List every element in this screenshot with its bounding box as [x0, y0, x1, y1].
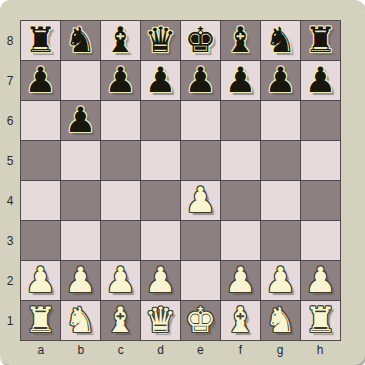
square-c4[interactable]	[101, 181, 140, 220]
piece-white-pawn-c2[interactable]: ♟	[101, 261, 140, 300]
piece-black-knight-g8[interactable]: ♞	[261, 21, 300, 60]
square-g1[interactable]: ♞	[261, 301, 300, 340]
piece-black-pawn-a7[interactable]: ♟	[21, 61, 60, 100]
rank-label-5: 5	[0, 141, 20, 181]
square-f6[interactable]	[221, 101, 260, 140]
file-label-g: g	[260, 341, 300, 361]
square-f1[interactable]: ♝	[221, 301, 260, 340]
chess-board-panel: 87654321 ♜♞♝♛♚♝♞♜♟♟♟♟♟♟♟♟♟♟♟♟♟♟♟♟♜♞♝♛♚♝♞…	[0, 0, 365, 365]
piece-white-knight-g1[interactable]: ♞	[261, 301, 300, 340]
square-a2[interactable]: ♟	[21, 261, 60, 300]
square-c2[interactable]: ♟	[101, 261, 140, 300]
piece-white-knight-b1[interactable]: ♞	[61, 301, 100, 340]
file-label-d: d	[141, 341, 181, 361]
square-h1[interactable]: ♜	[301, 301, 340, 340]
piece-black-bishop-f8[interactable]: ♝	[221, 21, 260, 60]
square-d5[interactable]	[141, 141, 180, 180]
piece-black-pawn-f7[interactable]: ♟	[221, 61, 260, 100]
square-c7[interactable]: ♟	[101, 61, 140, 100]
square-f7[interactable]: ♟	[221, 61, 260, 100]
square-e4[interactable]: ♟	[181, 181, 220, 220]
piece-white-queen-d1[interactable]: ♛	[141, 301, 180, 340]
square-a6[interactable]	[21, 101, 60, 140]
square-e7[interactable]: ♟	[181, 61, 220, 100]
square-b5[interactable]	[61, 141, 100, 180]
square-c1[interactable]: ♝	[101, 301, 140, 340]
piece-white-king-e1[interactable]: ♚	[181, 301, 220, 340]
square-e2[interactable]	[181, 261, 220, 300]
square-d6[interactable]	[141, 101, 180, 140]
rank-labels: 87654321	[0, 21, 20, 341]
rank-label-6: 6	[0, 101, 20, 141]
file-label-c: c	[101, 341, 141, 361]
square-c5[interactable]	[101, 141, 140, 180]
square-g7[interactable]: ♟	[261, 61, 300, 100]
square-f3[interactable]	[221, 221, 260, 260]
square-a8[interactable]: ♜	[21, 21, 60, 60]
piece-white-bishop-c1[interactable]: ♝	[101, 301, 140, 340]
square-g5[interactable]	[261, 141, 300, 180]
square-g8[interactable]: ♞	[261, 21, 300, 60]
square-b3[interactable]	[61, 221, 100, 260]
square-c6[interactable]	[101, 101, 140, 140]
rank-label-4: 4	[0, 181, 20, 221]
square-d4[interactable]	[141, 181, 180, 220]
piece-black-pawn-b6[interactable]: ♟	[61, 101, 100, 140]
piece-white-pawn-h2[interactable]: ♟	[301, 261, 340, 300]
square-b4[interactable]	[61, 181, 100, 220]
square-b2[interactable]: ♟	[61, 261, 100, 300]
square-h3[interactable]	[301, 221, 340, 260]
square-a3[interactable]	[21, 221, 60, 260]
square-e8[interactable]: ♚	[181, 21, 220, 60]
square-a7[interactable]: ♟	[21, 61, 60, 100]
file-labels: abcdefgh	[21, 341, 340, 361]
square-d2[interactable]: ♟	[141, 261, 180, 300]
square-b7[interactable]	[61, 61, 100, 100]
square-b6[interactable]: ♟	[61, 101, 100, 140]
square-g3[interactable]	[261, 221, 300, 260]
square-e1[interactable]: ♚	[181, 301, 220, 340]
square-a5[interactable]	[21, 141, 60, 180]
square-h2[interactable]: ♟	[301, 261, 340, 300]
square-g4[interactable]	[261, 181, 300, 220]
square-h4[interactable]	[301, 181, 340, 220]
square-h8[interactable]: ♜	[301, 21, 340, 60]
piece-white-bishop-f1[interactable]: ♝	[221, 301, 260, 340]
piece-black-king-e8[interactable]: ♚	[181, 21, 220, 60]
piece-white-pawn-e4[interactable]: ♟	[181, 181, 220, 220]
square-f2[interactable]: ♟	[221, 261, 260, 300]
square-c8[interactable]: ♝	[101, 21, 140, 60]
square-a4[interactable]	[21, 181, 60, 220]
square-d8[interactable]: ♛	[141, 21, 180, 60]
file-label-e: e	[181, 341, 221, 361]
square-g2[interactable]: ♟	[261, 261, 300, 300]
rank-label-8: 8	[0, 21, 20, 61]
square-e6[interactable]	[181, 101, 220, 140]
square-h7[interactable]: ♟	[301, 61, 340, 100]
square-e5[interactable]	[181, 141, 220, 180]
file-label-f: f	[220, 341, 260, 361]
square-f8[interactable]: ♝	[221, 21, 260, 60]
piece-black-bishop-c8[interactable]: ♝	[101, 21, 140, 60]
file-label-h: h	[300, 341, 340, 361]
piece-black-pawn-h7[interactable]: ♟	[301, 61, 340, 100]
piece-white-pawn-a2[interactable]: ♟	[21, 261, 60, 300]
square-g6[interactable]	[261, 101, 300, 140]
rank-label-3: 3	[0, 221, 20, 261]
piece-black-queen-d8[interactable]: ♛	[141, 21, 180, 60]
piece-white-rook-h1[interactable]: ♜	[301, 301, 340, 340]
piece-black-rook-a8[interactable]: ♜	[21, 21, 60, 60]
square-f5[interactable]	[221, 141, 260, 180]
square-b1[interactable]: ♞	[61, 301, 100, 340]
square-d7[interactable]: ♟	[141, 61, 180, 100]
rank-label-2: 2	[0, 261, 20, 301]
square-b8[interactable]: ♞	[61, 21, 100, 60]
piece-black-pawn-e7[interactable]: ♟	[181, 61, 220, 100]
piece-black-pawn-d7[interactable]: ♟	[141, 61, 180, 100]
piece-white-pawn-b2[interactable]: ♟	[61, 261, 100, 300]
chess-board[interactable]: ♜♞♝♛♚♝♞♜♟♟♟♟♟♟♟♟♟♟♟♟♟♟♟♟♜♞♝♛♚♝♞♜	[20, 20, 341, 341]
piece-white-pawn-f2[interactable]: ♟	[221, 261, 260, 300]
piece-black-pawn-g7[interactable]: ♟	[261, 61, 300, 100]
piece-black-knight-b8[interactable]: ♞	[61, 21, 100, 60]
square-a1[interactable]: ♜	[21, 301, 60, 340]
file-label-b: b	[61, 341, 101, 361]
square-h6[interactable]	[301, 101, 340, 140]
piece-white-rook-a1[interactable]: ♜	[21, 301, 60, 340]
piece-black-pawn-c7[interactable]: ♟	[101, 61, 140, 100]
piece-white-pawn-g2[interactable]: ♟	[261, 261, 300, 300]
square-d1[interactable]: ♛	[141, 301, 180, 340]
square-c3[interactable]	[101, 221, 140, 260]
file-label-a: a	[21, 341, 61, 361]
square-f4[interactable]	[221, 181, 260, 220]
rank-label-7: 7	[0, 61, 20, 101]
square-e3[interactable]	[181, 221, 220, 260]
square-h5[interactable]	[301, 141, 340, 180]
piece-black-rook-h8[interactable]: ♜	[301, 21, 340, 60]
piece-white-pawn-d2[interactable]: ♟	[141, 261, 180, 300]
rank-label-1: 1	[0, 301, 20, 341]
square-d3[interactable]	[141, 221, 180, 260]
